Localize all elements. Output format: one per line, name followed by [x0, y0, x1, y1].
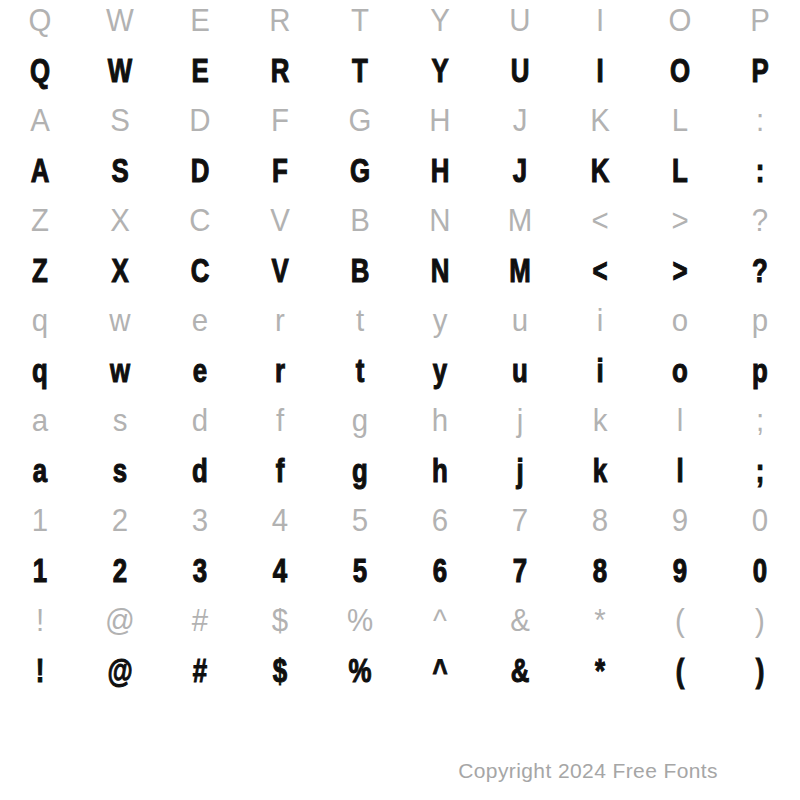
glyph-cell-r7-c2: e — [170, 340, 231, 400]
glyph-cell-r12-c7: * — [563, 600, 637, 640]
glyph-cell-r6-c6: u — [483, 300, 557, 340]
glyph-cell-r4-c6: M — [483, 200, 557, 240]
glyph-cell-r13-c0: ! — [10, 640, 71, 700]
glyph-cell-r9-c2: d — [170, 440, 231, 500]
glyph-cell-r5-c8: > — [650, 240, 711, 300]
glyph-cell-r6-c9: p — [723, 300, 797, 340]
glyph-cell-r3-c7: K — [570, 140, 631, 200]
glyph-cell-r13-c9: ) — [730, 640, 791, 700]
glyph-cell-r3-c5: H — [410, 140, 471, 200]
glyph-cell-r0-c0: Q — [3, 0, 77, 40]
glyph-cell-r7-c7: i — [570, 340, 631, 400]
glyph-cell-r2-c1: S — [83, 100, 157, 140]
glyph-cell-r13-c2: # — [170, 640, 231, 700]
glyph-cell-r8-c4: g — [323, 400, 397, 440]
glyph-cell-r12-c3: $ — [243, 600, 317, 640]
glyph-cell-r12-c1: @ — [83, 600, 157, 640]
glyph-cell-r8-c9: ; — [723, 400, 797, 440]
glyph-cell-r10-c5: 6 — [403, 500, 477, 540]
glyph-cell-r0-c7: I — [563, 0, 637, 40]
font-specimen-sheet: QWERTYUIOPQWERTYUIOPASDFGHJKL:ASDFGHJKL:… — [0, 0, 800, 800]
glyph-cell-r13-c7: * — [570, 640, 631, 700]
glyph-cell-r0-c2: E — [163, 0, 237, 40]
glyph-cell-r7-c3: r — [250, 340, 311, 400]
glyph-cell-r6-c1: w — [83, 300, 157, 340]
glyph-cell-r11-c7: 8 — [570, 540, 631, 600]
glyph-cell-r6-c4: t — [323, 300, 397, 340]
glyph-cell-r12-c5: ^ — [403, 600, 477, 640]
glyph-cell-r5-c2: C — [170, 240, 231, 300]
glyph-cell-r11-c4: 5 — [330, 540, 391, 600]
glyph-cell-r13-c6: & — [490, 640, 551, 700]
glyph-cell-r4-c0: Z — [3, 200, 77, 240]
character-grid: QWERTYUIOPQWERTYUIOPASDFGHJKL:ASDFGHJKL:… — [0, 0, 800, 700]
glyph-cell-r5-c5: N — [410, 240, 471, 300]
glyph-cell-r7-c4: t — [330, 340, 391, 400]
glyph-cell-r9-c5: h — [410, 440, 471, 500]
glyph-cell-r6-c5: y — [403, 300, 477, 340]
glyph-cell-r1-c8: O — [650, 40, 711, 100]
glyph-cell-r1-c5: Y — [410, 40, 471, 100]
glyph-cell-r3-c8: L — [650, 140, 711, 200]
glyph-cell-r2-c9: : — [723, 100, 797, 140]
glyph-cell-r11-c0: 1 — [10, 540, 71, 600]
glyph-cell-r11-c6: 7 — [490, 540, 551, 600]
glyph-cell-r3-c0: A — [10, 140, 71, 200]
glyph-cell-r2-c3: F — [243, 100, 317, 140]
glyph-cell-r5-c9: ? — [730, 240, 791, 300]
glyph-cell-r1-c6: U — [490, 40, 551, 100]
glyph-cell-r7-c9: p — [730, 340, 791, 400]
glyph-cell-r13-c5: ^ — [410, 640, 471, 700]
glyph-cell-r10-c1: 2 — [83, 500, 157, 540]
glyph-cell-r2-c2: D — [163, 100, 237, 140]
glyph-cell-r9-c9: ; — [730, 440, 791, 500]
glyph-cell-r7-c5: y — [410, 340, 471, 400]
glyph-cell-r0-c1: W — [83, 0, 157, 40]
glyph-cell-r2-c7: K — [563, 100, 637, 140]
glyph-cell-r7-c8: o — [650, 340, 711, 400]
copyright-text: Copyright 2024 Free Fonts — [458, 759, 718, 783]
glyph-cell-r4-c9: ? — [723, 200, 797, 240]
glyph-cell-r12-c2: # — [163, 600, 237, 640]
glyph-cell-r0-c6: U — [483, 0, 557, 40]
glyph-cell-r9-c0: a — [10, 440, 71, 500]
glyph-cell-r10-c3: 4 — [243, 500, 317, 540]
glyph-cell-r3-c4: G — [330, 140, 391, 200]
glyph-cell-r4-c4: B — [323, 200, 397, 240]
glyph-cell-r5-c6: M — [490, 240, 551, 300]
glyph-cell-r4-c1: X — [83, 200, 157, 240]
glyph-cell-r12-c9: ) — [723, 600, 797, 640]
glyph-cell-r12-c4: % — [323, 600, 397, 640]
glyph-cell-r1-c1: W — [90, 40, 151, 100]
glyph-cell-r9-c1: s — [90, 440, 151, 500]
glyph-cell-r0-c3: R — [243, 0, 317, 40]
glyph-cell-r10-c2: 3 — [163, 500, 237, 540]
glyph-cell-r2-c5: H — [403, 100, 477, 140]
glyph-cell-r5-c7: < — [570, 240, 631, 300]
glyph-cell-r10-c7: 8 — [563, 500, 637, 540]
glyph-cell-r1-c9: P — [730, 40, 791, 100]
glyph-cell-r5-c3: V — [250, 240, 311, 300]
glyph-cell-r8-c0: a — [3, 400, 77, 440]
glyph-cell-r4-c2: C — [163, 200, 237, 240]
glyph-cell-r2-c8: L — [643, 100, 717, 140]
glyph-cell-r2-c4: G — [323, 100, 397, 140]
glyph-cell-r13-c8: ( — [650, 640, 711, 700]
glyph-cell-r6-c0: q — [3, 300, 77, 340]
glyph-cell-r12-c6: & — [483, 600, 557, 640]
glyph-cell-r12-c8: ( — [643, 600, 717, 640]
glyph-cell-r3-c6: J — [490, 140, 551, 200]
glyph-cell-r11-c8: 9 — [650, 540, 711, 600]
glyph-cell-r3-c9: : — [730, 140, 791, 200]
glyph-cell-r7-c1: w — [90, 340, 151, 400]
glyph-cell-r6-c7: i — [563, 300, 637, 340]
glyph-cell-r10-c9: 0 — [723, 500, 797, 540]
glyph-cell-r5-c0: Z — [10, 240, 71, 300]
glyph-cell-r5-c4: B — [330, 240, 391, 300]
glyph-cell-r10-c0: 1 — [3, 500, 77, 540]
glyph-cell-r11-c1: 2 — [90, 540, 151, 600]
glyph-cell-r10-c4: 5 — [323, 500, 397, 540]
glyph-cell-r8-c2: d — [163, 400, 237, 440]
glyph-cell-r1-c4: T — [330, 40, 391, 100]
glyph-cell-r1-c3: R — [250, 40, 311, 100]
glyph-cell-r1-c0: Q — [10, 40, 71, 100]
glyph-cell-r9-c4: g — [330, 440, 391, 500]
glyph-cell-r10-c8: 9 — [643, 500, 717, 540]
glyph-cell-r3-c1: S — [90, 140, 151, 200]
glyph-cell-r3-c2: D — [170, 140, 231, 200]
glyph-cell-r13-c4: % — [330, 640, 391, 700]
glyph-cell-r3-c3: F — [250, 140, 311, 200]
glyph-cell-r7-c0: q — [10, 340, 71, 400]
glyph-cell-r11-c3: 4 — [250, 540, 311, 600]
glyph-cell-r7-c6: u — [490, 340, 551, 400]
glyph-cell-r13-c3: $ — [250, 640, 311, 700]
glyph-cell-r9-c3: f — [250, 440, 311, 500]
glyph-cell-r8-c7: k — [563, 400, 637, 440]
glyph-cell-r1-c7: I — [570, 40, 631, 100]
glyph-cell-r13-c1: @ — [90, 640, 151, 700]
glyph-cell-r2-c0: A — [3, 100, 77, 140]
glyph-cell-r12-c0: ! — [3, 600, 77, 640]
glyph-cell-r0-c5: Y — [403, 0, 477, 40]
glyph-cell-r8-c1: s — [83, 400, 157, 440]
glyph-cell-r6-c3: r — [243, 300, 317, 340]
glyph-cell-r11-c2: 3 — [170, 540, 231, 600]
glyph-cell-r9-c7: k — [570, 440, 631, 500]
glyph-cell-r5-c1: X — [90, 240, 151, 300]
glyph-cell-r4-c7: < — [563, 200, 637, 240]
glyph-cell-r1-c2: E — [170, 40, 231, 100]
glyph-cell-r11-c5: 6 — [410, 540, 471, 600]
glyph-cell-r8-c6: j — [483, 400, 557, 440]
glyph-cell-r8-c8: l — [643, 400, 717, 440]
glyph-cell-r8-c5: h — [403, 400, 477, 440]
glyph-cell-r8-c3: f — [243, 400, 317, 440]
glyph-cell-r4-c3: V — [243, 200, 317, 240]
glyph-cell-r11-c9: 0 — [730, 540, 791, 600]
glyph-cell-r4-c5: N — [403, 200, 477, 240]
glyph-cell-r2-c6: J — [483, 100, 557, 140]
glyph-cell-r0-c9: P — [723, 0, 797, 40]
glyph-cell-r6-c8: o — [643, 300, 717, 340]
glyph-cell-r0-c8: O — [643, 0, 717, 40]
glyph-cell-r0-c4: T — [323, 0, 397, 40]
glyph-cell-r9-c6: j — [490, 440, 551, 500]
glyph-cell-r9-c8: l — [650, 440, 711, 500]
glyph-cell-r10-c6: 7 — [483, 500, 557, 540]
glyph-cell-r4-c8: > — [643, 200, 717, 240]
glyph-cell-r6-c2: e — [163, 300, 237, 340]
